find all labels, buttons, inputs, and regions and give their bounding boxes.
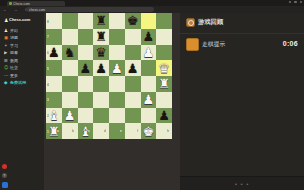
square-h8[interactable] <box>156 13 172 29</box>
square-e4[interactable] <box>109 76 125 92</box>
player-name: 走棋提示 <box>202 40 225 48</box>
square-g8[interactable] <box>141 13 157 29</box>
back-icon[interactable]: ← <box>3 8 7 12</box>
square-f6[interactable] <box>125 45 141 61</box>
square-c7[interactable] <box>78 29 94 45</box>
news-icon: ☰ <box>4 59 7 63</box>
black-king-f8[interactable]: ♚ <box>125 13 141 29</box>
avatar <box>186 38 199 51</box>
sidebar-item-label: 新闻 <box>10 59 18 63</box>
forward-icon[interactable]: → <box>14 8 18 12</box>
language-blue-icon[interactable] <box>2 182 8 188</box>
maximize-icon[interactable] <box>294 1 297 4</box>
square-b8[interactable] <box>62 13 78 29</box>
file-label-b: b <box>72 123 77 139</box>
white-pawn-g6[interactable]: ♟ <box>141 45 157 61</box>
square-b4[interactable] <box>62 76 78 92</box>
square-h6[interactable] <box>156 45 172 61</box>
browser-address-bar: ← → ⟳ chess.com <box>0 6 304 13</box>
square-h1[interactable]: h <box>156 123 172 139</box>
square-h7[interactable] <box>156 29 172 45</box>
tab-favicon-icon <box>9 2 12 5</box>
sidebar-item[interactable]: ☺社交 <box>0 65 44 73</box>
black-queen-d6[interactable]: ♛ <box>93 45 109 61</box>
square-f3[interactable] <box>125 92 141 108</box>
rank-label-4: 4 <box>47 77 51 93</box>
window-controls[interactable] <box>289 1 303 4</box>
player-clock: 0:06 <box>283 40 298 47</box>
game-panel: 游戏回顾 走棋提示 0:06 • • • <box>180 13 304 190</box>
watch-icon: ▶ <box>4 51 7 55</box>
close-icon[interactable] <box>300 1 303 4</box>
sidebar-item[interactable]: ♟开始 <box>0 27 44 35</box>
white-pawn-b2[interactable]: ♟ <box>62 108 78 124</box>
sidebar-item-label: 免费试用 <box>10 81 26 85</box>
logo-text: Chess.com <box>9 17 30 22</box>
tab-title: Chess.com <box>13 2 30 5</box>
square-b7[interactable] <box>62 29 78 45</box>
white-bishop-a2[interactable]: ♝ <box>46 108 62 124</box>
black-rook-d8[interactable]: ♜ <box>93 13 109 29</box>
sidebar-item[interactable]: ✦学习 <box>0 42 44 50</box>
square-f2[interactable] <box>125 108 141 124</box>
square-b3[interactable] <box>62 92 78 108</box>
sidebar-item[interactable]: ☰新闻 <box>0 57 44 65</box>
square-d3[interactable] <box>93 92 109 108</box>
square-e1[interactable]: e <box>109 123 125 139</box>
file-label-d: d <box>104 123 109 139</box>
sidebar-item-label: 学习 <box>10 44 18 48</box>
square-e3[interactable] <box>109 92 125 108</box>
rank-label-3: 3 <box>47 92 51 108</box>
square-d2[interactable] <box>93 108 109 124</box>
square-a4[interactable]: 4 <box>46 76 62 92</box>
square-e7[interactable] <box>109 29 125 45</box>
square-a5[interactable]: 5 <box>46 60 62 76</box>
square-f1[interactable]: f <box>125 123 141 139</box>
square-h3[interactable] <box>156 92 172 108</box>
sidebar-item[interactable]: ⋯更多 <box>0 72 44 80</box>
square-c3[interactable] <box>78 92 94 108</box>
square-a8[interactable]: 8 <box>46 13 62 29</box>
square-c2[interactable] <box>78 108 94 124</box>
sidebar-item[interactable]: ▶观看 <box>0 50 44 58</box>
sidebar-item-label: 开始 <box>10 29 18 33</box>
more-icon: ⋯ <box>4 74 7 78</box>
rank-label-7: 7 <box>47 29 51 45</box>
square-a3[interactable]: 3 <box>46 92 62 108</box>
panel-bottom-dots: • • • <box>235 181 250 187</box>
social-icon: ☺ <box>4 66 7 70</box>
square-e8[interactable] <box>109 13 125 29</box>
black-pawn-a6[interactable]: ♟ <box>46 45 62 61</box>
game-review-row[interactable]: 游戏回顾 <box>180 13 304 32</box>
white-king-g1[interactable]: ♚ <box>141 123 157 139</box>
play-pawn-icon: ♟ <box>4 29 7 33</box>
square-b1[interactable]: b <box>62 123 78 139</box>
square-d4[interactable] <box>93 76 109 92</box>
sidebar-menu: ♟开始▣谜题✦学习▶观看☰新闻☺社交⋯更多◆免费试用 <box>0 27 44 87</box>
help-icon[interactable]: ? <box>2 173 7 178</box>
sidebar-item-label: 社交 <box>10 66 18 70</box>
black-pawn-g7[interactable]: ♟ <box>141 29 157 45</box>
url-field[interactable]: chess.com <box>26 7 154 12</box>
rank-label-5: 5 <box>47 61 51 77</box>
black-knight-b6[interactable]: ♞ <box>62 45 78 61</box>
square-c6[interactable] <box>78 45 94 61</box>
notification-red-icon[interactable] <box>2 164 7 169</box>
square-c4[interactable] <box>78 76 94 92</box>
puzzles-icon: ▣ <box>4 36 7 40</box>
white-rook-h4[interactable]: ♜ <box>156 76 172 92</box>
browser-window: Chess.com ← → ⟳ chess.com ♟ Chess.com ♟开… <box>0 0 304 190</box>
diamond-icon: ◆ <box>4 81 7 85</box>
black-rook-d7[interactable]: ♜ <box>93 29 109 45</box>
game-review-label: 游戏回顾 <box>198 18 223 27</box>
white-pawn-g3[interactable]: ♟ <box>141 92 157 108</box>
rank-label-8: 8 <box>47 14 51 30</box>
white-pawn-e5[interactable]: ♟ <box>109 60 125 76</box>
black-pawn-h2[interactable]: ♟ <box>156 108 172 124</box>
panel-bottom-bar: • • • <box>180 176 304 190</box>
square-g4[interactable] <box>141 76 157 92</box>
black-pawn-d5[interactable]: ♟ <box>93 60 109 76</box>
square-g5[interactable] <box>141 60 157 76</box>
player-row[interactable]: 走棋提示 0:06 <box>180 36 304 53</box>
white-queen-h5[interactable]: ♛ <box>156 60 172 76</box>
sidebar-item-label: 观看 <box>10 51 18 55</box>
file-label-e: e <box>120 123 124 139</box>
square-b5[interactable] <box>62 60 78 76</box>
learn-icon: ✦ <box>4 44 7 48</box>
sidebar-item[interactable]: ▣谜题 <box>0 35 44 43</box>
black-pawn-f5[interactable]: ♟ <box>125 60 141 76</box>
chesscom-logo[interactable]: ♟ Chess.com <box>0 13 44 25</box>
chess-board: 87654321abcdefgh♜♚♜♟♟♞♛♟♟♟♟♟♛♜♟♝♟♟♜♝♚ <box>46 13 172 139</box>
minimize-icon[interactable] <box>289 1 292 4</box>
sidebar-item-label: 谜题 <box>10 36 18 40</box>
sidebar: ♟ Chess.com ♟开始▣谜题✦学习▶观看☰新闻☺社交⋯更多◆免费试用 ? <box>0 13 44 190</box>
white-bishop-c1[interactable]: ♝ <box>78 123 94 139</box>
square-f7[interactable] <box>125 29 141 45</box>
sidebar-item-label: 更多 <box>10 74 18 78</box>
square-a7[interactable]: 7 <box>46 29 62 45</box>
square-g2[interactable] <box>141 108 157 124</box>
white-rook-a1[interactable]: ♜ <box>46 123 62 139</box>
square-d1[interactable]: d <box>93 123 109 139</box>
black-pawn-c5[interactable]: ♟ <box>78 60 94 76</box>
square-c8[interactable] <box>78 13 94 29</box>
chess-page: ♟ Chess.com ♟开始▣谜题✦学习▶观看☰新闻☺社交⋯更多◆免费试用 ?… <box>0 13 304 190</box>
square-e2[interactable] <box>109 108 125 124</box>
panel-divider <box>180 33 304 34</box>
logo-pawn-icon: ♟ <box>4 17 8 23</box>
square-f4[interactable] <box>125 76 141 92</box>
game-review-icon <box>186 18 195 27</box>
file-label-h: h <box>167 123 172 139</box>
page-footer-icons: ? <box>2 160 12 188</box>
url-text: chess.com <box>29 8 45 11</box>
sidebar-item-free-trial[interactable]: ◆免费试用 <box>0 80 44 88</box>
square-e6[interactable] <box>109 45 125 61</box>
